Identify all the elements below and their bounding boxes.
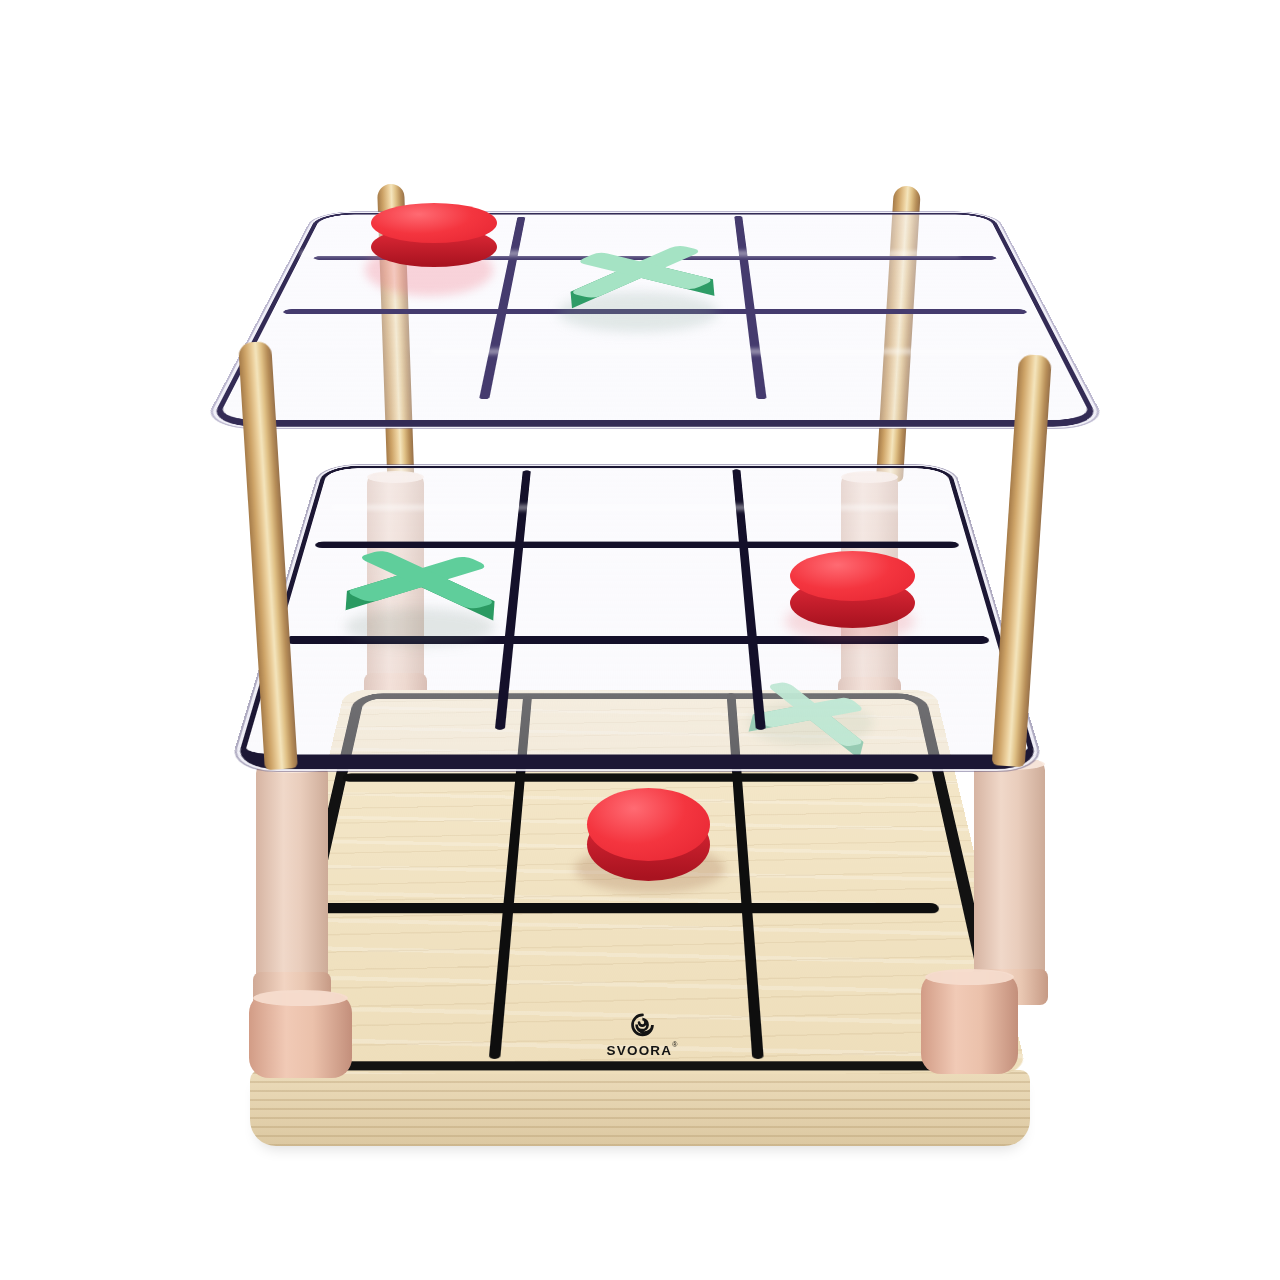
piece-x-middle-left[interactable] [344,546,497,639]
foot-front-left [249,993,352,1078]
spiral-logo-icon [629,1012,656,1037]
disc-face [587,788,710,861]
disc-face [371,203,497,243]
cell-bottom-r2c3[interactable] [737,778,987,908]
spacer-sleeve-front-left [256,763,328,1008]
cell-top-r2c3[interactable] [744,258,1038,312]
cell-middle-r2c2[interactable] [509,545,752,640]
piece-o-bottom-center[interactable] [587,788,710,881]
product-photo-3d-tictactoe: SVOORA® [0,0,1280,1280]
piece-o-middle-right[interactable] [790,551,915,628]
piece-o-top-back-left[interactable] [371,203,497,267]
disc-face [790,551,915,601]
glare-top-sheet-2 [430,349,1020,354]
spacer-sleeve-front-right [974,760,1045,1005]
cell-middle-r3c3[interactable] [752,639,1030,754]
brand-logo: SVOORA® [596,1012,688,1059]
piece-x-top-center[interactable] [567,241,716,324]
wooden-base-slab [250,1070,1030,1146]
cell-middle-r3c2[interactable] [497,639,762,754]
foot-front-right [921,972,1018,1074]
registered-trademark: ® [672,1041,677,1048]
glare-middle-sheet [330,505,950,510]
brand-name: SVOORA [607,1043,673,1057]
